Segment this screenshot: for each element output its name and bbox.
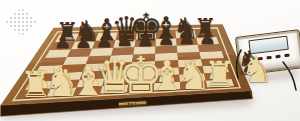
chess-clock: [235, 29, 300, 76]
product-photo-scene: ♜♞♝♛♚♝♞♜♟♟♟♟♟♟♟♟♟♟♟♟♟♟♟♟♜♞♝♛♚♝♞♜ DGT ♞♞: [0, 0, 300, 121]
clock-button-4: [275, 55, 280, 59]
clock-button-1: [249, 58, 254, 62]
clock-button-3: [266, 56, 271, 60]
clock-button-2: [258, 57, 263, 61]
clock-display: [248, 36, 288, 55]
clock-button-5: [284, 54, 289, 58]
